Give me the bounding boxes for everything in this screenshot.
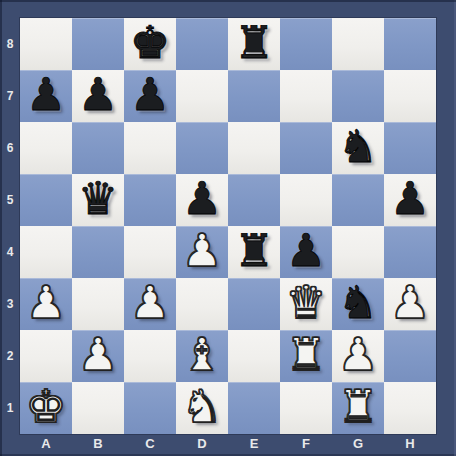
file-label-f: F [280,434,332,456]
square-a7[interactable]: ♟ [20,70,72,122]
file-label-a: A [20,434,72,456]
square-d5[interactable]: ♟ [176,174,228,226]
file-label-h: H [384,434,436,456]
square-g7[interactable] [332,70,384,122]
square-h8[interactable] [384,18,436,70]
square-e2[interactable] [228,330,280,382]
file-label-d: D [176,434,228,456]
square-a8[interactable] [20,18,72,70]
file-labels: ABCDEFGH [20,434,436,456]
rank-labels: 87654321 [0,18,20,434]
square-a1[interactable]: ♚ [20,382,72,434]
black-pawn[interactable]: ♟ [72,70,124,122]
file-label-e: E [228,434,280,456]
rank-label-2: 2 [0,330,20,382]
white-pawn[interactable]: ♟ [176,226,228,278]
white-pawn[interactable]: ♟ [124,278,176,330]
black-pawn[interactable]: ♟ [124,70,176,122]
chess-board: ♚♜♟♟♟♞♛♟♟♟♜♟♟♟♛♞♟♟♝♜♟♚♞♜ [20,18,436,434]
square-d7[interactable] [176,70,228,122]
white-knight[interactable]: ♞ [176,382,228,434]
board-frame: 87654321 ♚♜♟♟♟♞♛♟♟♟♜♟♟♟♛♞♟♟♝♜♟♚♞♜ ABCDEF… [0,0,456,456]
file-label-c: C [124,434,176,456]
square-b1[interactable] [72,382,124,434]
square-h4[interactable] [384,226,436,278]
white-pawn[interactable]: ♟ [72,330,124,382]
square-d8[interactable] [176,18,228,70]
black-knight[interactable]: ♞ [332,122,384,174]
white-rook[interactable]: ♜ [280,330,332,382]
square-e1[interactable] [228,382,280,434]
square-d2[interactable]: ♝ [176,330,228,382]
square-g5[interactable] [332,174,384,226]
square-e3[interactable] [228,278,280,330]
square-b8[interactable] [72,18,124,70]
black-pawn[interactable]: ♟ [280,226,332,278]
square-d1[interactable]: ♞ [176,382,228,434]
square-c4[interactable] [124,226,176,278]
rank-label-8: 8 [0,18,20,70]
black-queen[interactable]: ♛ [72,174,124,226]
square-a2[interactable] [20,330,72,382]
square-f2[interactable]: ♜ [280,330,332,382]
black-pawn[interactable]: ♟ [384,174,436,226]
square-c6[interactable] [124,122,176,174]
square-g6[interactable]: ♞ [332,122,384,174]
square-a3[interactable]: ♟ [20,278,72,330]
rank-label-5: 5 [0,174,20,226]
square-f5[interactable] [280,174,332,226]
white-pawn[interactable]: ♟ [332,330,384,382]
square-e4[interactable]: ♜ [228,226,280,278]
square-c5[interactable] [124,174,176,226]
square-h2[interactable] [384,330,436,382]
rank-label-1: 1 [0,382,20,434]
square-h5[interactable]: ♟ [384,174,436,226]
square-c2[interactable] [124,330,176,382]
square-f7[interactable] [280,70,332,122]
square-h3[interactable]: ♟ [384,278,436,330]
square-g4[interactable] [332,226,384,278]
square-g1[interactable]: ♜ [332,382,384,434]
square-b2[interactable]: ♟ [72,330,124,382]
square-d6[interactable] [176,122,228,174]
square-a4[interactable] [20,226,72,278]
white-pawn[interactable]: ♟ [384,278,436,330]
square-b6[interactable] [72,122,124,174]
black-rook[interactable]: ♜ [228,226,280,278]
square-e5[interactable] [228,174,280,226]
white-pawn[interactable]: ♟ [20,278,72,330]
square-b4[interactable] [72,226,124,278]
square-a5[interactable] [20,174,72,226]
square-h7[interactable] [384,70,436,122]
rank-label-6: 6 [0,122,20,174]
file-label-b: B [72,434,124,456]
white-bishop[interactable]: ♝ [176,330,228,382]
square-g8[interactable] [332,18,384,70]
square-c8[interactable]: ♚ [124,18,176,70]
rank-label-7: 7 [0,70,20,122]
square-c1[interactable] [124,382,176,434]
rank-label-3: 3 [0,278,20,330]
square-e8[interactable]: ♜ [228,18,280,70]
white-king[interactable]: ♚ [20,382,72,434]
square-a6[interactable] [20,122,72,174]
square-c3[interactable]: ♟ [124,278,176,330]
black-rook[interactable]: ♜ [228,18,280,70]
square-b5[interactable]: ♛ [72,174,124,226]
square-d3[interactable] [176,278,228,330]
square-g3[interactable]: ♞ [332,278,384,330]
square-f3[interactable]: ♛ [280,278,332,330]
square-d4[interactable]: ♟ [176,226,228,278]
square-b7[interactable]: ♟ [72,70,124,122]
square-h6[interactable] [384,122,436,174]
white-rook[interactable]: ♜ [332,382,384,434]
rank-label-4: 4 [0,226,20,278]
square-b3[interactable] [72,278,124,330]
square-f1[interactable] [280,382,332,434]
square-f6[interactable] [280,122,332,174]
square-f4[interactable]: ♟ [280,226,332,278]
black-pawn[interactable]: ♟ [20,70,72,122]
square-f8[interactable] [280,18,332,70]
square-e6[interactable] [228,122,280,174]
square-e7[interactable] [228,70,280,122]
square-h1[interactable] [384,382,436,434]
white-queen[interactable]: ♛ [280,278,332,330]
black-king[interactable]: ♚ [124,18,176,70]
square-c7[interactable]: ♟ [124,70,176,122]
file-label-g: G [332,434,384,456]
square-g2[interactable]: ♟ [332,330,384,382]
black-pawn[interactable]: ♟ [176,174,228,226]
black-knight[interactable]: ♞ [332,278,384,330]
